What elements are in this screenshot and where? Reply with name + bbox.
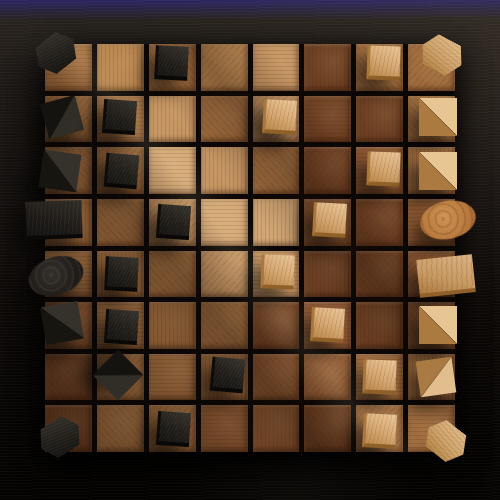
board-square[interactable] xyxy=(356,199,403,246)
board-square[interactable] xyxy=(149,96,196,143)
board-square[interactable] xyxy=(304,147,351,194)
piece-dark-pawn-cube[interactable] xyxy=(104,256,139,292)
piece-light-pawn-cube[interactable] xyxy=(362,359,396,394)
board-square[interactable] xyxy=(201,44,248,91)
piece-dark-pawn-cube[interactable] xyxy=(104,152,140,189)
board-square[interactable] xyxy=(356,302,403,349)
piece-dark-bishop-pyramid[interactable] xyxy=(40,301,84,345)
board-square[interactable] xyxy=(201,405,248,452)
piece-dark-pawn-cube[interactable] xyxy=(210,357,246,394)
board-square[interactable] xyxy=(201,199,248,246)
piece-dark-pawn-cube[interactable] xyxy=(104,309,139,345)
piece-light-pawn-cube[interactable] xyxy=(366,46,400,81)
board-square[interactable] xyxy=(149,302,196,349)
piece-dark-pawn-cube[interactable] xyxy=(156,411,191,447)
board-square[interactable] xyxy=(149,147,196,194)
board-square[interactable] xyxy=(304,96,351,143)
board-square[interactable] xyxy=(201,96,248,143)
board-square[interactable] xyxy=(253,199,300,246)
board-square[interactable] xyxy=(45,354,92,401)
board-square[interactable] xyxy=(253,354,300,401)
piece-dark-king-block[interactable] xyxy=(26,200,83,240)
board-square[interactable] xyxy=(149,251,196,298)
board-square[interactable] xyxy=(149,354,196,401)
piece-dark-pawn-cube[interactable] xyxy=(154,45,189,81)
board-square[interactable] xyxy=(356,251,403,298)
piece-light-king-block[interactable] xyxy=(416,254,476,298)
piece-light-pawn-cube[interactable] xyxy=(262,99,297,135)
board-square[interactable] xyxy=(201,147,248,194)
board-square[interactable] xyxy=(97,199,144,246)
piece-dark-bishop-pyramid[interactable] xyxy=(39,149,82,192)
board-square[interactable] xyxy=(253,302,300,349)
board-square[interactable] xyxy=(304,44,351,91)
piece-light-pawn-cube[interactable] xyxy=(260,254,294,289)
piece-dark-pawn-cube[interactable] xyxy=(102,99,137,135)
piece-dark-pawn-cube[interactable] xyxy=(156,204,191,240)
board-square[interactable] xyxy=(201,302,248,349)
piece-light-bishop-pyramid[interactable] xyxy=(419,152,457,190)
board-square[interactable] xyxy=(97,405,144,452)
board-square[interactable] xyxy=(304,251,351,298)
board-square[interactable] xyxy=(304,405,351,452)
board-square[interactable] xyxy=(356,96,403,143)
board-square[interactable] xyxy=(253,147,300,194)
piece-light-knight-wedge[interactable] xyxy=(415,357,456,398)
piece-light-pawn-cube[interactable] xyxy=(310,308,345,344)
piece-light-pawn-cube[interactable] xyxy=(362,413,397,449)
board-square[interactable] xyxy=(97,44,144,91)
board-square[interactable] xyxy=(253,405,300,452)
piece-light-pawn-cube[interactable] xyxy=(366,151,400,186)
piece-light-bishop-pyramid[interactable] xyxy=(419,306,457,344)
board-square[interactable] xyxy=(253,44,300,91)
board-square[interactable] xyxy=(201,251,248,298)
photo-backdrop xyxy=(0,0,500,500)
piece-light-pawn-cube[interactable] xyxy=(312,202,347,238)
piece-light-bishop-pyramid[interactable] xyxy=(419,98,457,136)
board-square[interactable] xyxy=(304,354,351,401)
